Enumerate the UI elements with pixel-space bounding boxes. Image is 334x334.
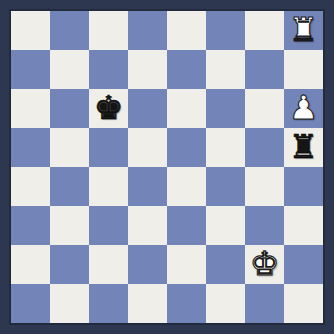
square-g1[interactable]: [245, 284, 284, 323]
square-h1[interactable]: [284, 284, 323, 323]
square-h6[interactable]: ♟: [284, 89, 323, 128]
square-a4[interactable]: [11, 167, 50, 206]
square-c7[interactable]: [89, 50, 128, 89]
square-h2[interactable]: [284, 245, 323, 284]
square-e5[interactable]: [167, 128, 206, 167]
square-b1[interactable]: [50, 284, 89, 323]
square-a5[interactable]: [11, 128, 50, 167]
square-f2[interactable]: [206, 245, 245, 284]
square-d1[interactable]: [128, 284, 167, 323]
piece-white-rook[interactable]: ♜: [289, 13, 319, 46]
square-f5[interactable]: [206, 128, 245, 167]
piece-white-pawn[interactable]: ♟: [289, 91, 319, 124]
square-h3[interactable]: [284, 206, 323, 245]
square-e8[interactable]: [167, 11, 206, 50]
square-c3[interactable]: [89, 206, 128, 245]
square-b7[interactable]: [50, 50, 89, 89]
square-a6[interactable]: [11, 89, 50, 128]
piece-black-rook[interactable]: ♜: [289, 130, 319, 163]
square-f6[interactable]: [206, 89, 245, 128]
square-h7[interactable]: [284, 50, 323, 89]
square-g8[interactable]: [245, 11, 284, 50]
square-a2[interactable]: [11, 245, 50, 284]
square-c2[interactable]: [89, 245, 128, 284]
square-g6[interactable]: [245, 89, 284, 128]
square-e3[interactable]: [167, 206, 206, 245]
square-c1[interactable]: [89, 284, 128, 323]
square-b5[interactable]: [50, 128, 89, 167]
square-d4[interactable]: [128, 167, 167, 206]
square-b8[interactable]: [50, 11, 89, 50]
square-a7[interactable]: [11, 50, 50, 89]
square-d3[interactable]: [128, 206, 167, 245]
square-e7[interactable]: [167, 50, 206, 89]
square-g2[interactable]: ♚: [245, 245, 284, 284]
square-g3[interactable]: [245, 206, 284, 245]
square-h5[interactable]: ♜: [284, 128, 323, 167]
square-b2[interactable]: [50, 245, 89, 284]
square-f1[interactable]: [206, 284, 245, 323]
square-e6[interactable]: [167, 89, 206, 128]
square-e4[interactable]: [167, 167, 206, 206]
square-a1[interactable]: [11, 284, 50, 323]
square-d6[interactable]: [128, 89, 167, 128]
square-d8[interactable]: [128, 11, 167, 50]
square-c8[interactable]: [89, 11, 128, 50]
square-g4[interactable]: [245, 167, 284, 206]
square-h8[interactable]: ♜: [284, 11, 323, 50]
square-b4[interactable]: [50, 167, 89, 206]
square-a8[interactable]: [11, 11, 50, 50]
square-d2[interactable]: [128, 245, 167, 284]
square-a3[interactable]: [11, 206, 50, 245]
square-f4[interactable]: [206, 167, 245, 206]
square-d5[interactable]: [128, 128, 167, 167]
square-e2[interactable]: [167, 245, 206, 284]
square-f7[interactable]: [206, 50, 245, 89]
square-e1[interactable]: [167, 284, 206, 323]
square-c5[interactable]: [89, 128, 128, 167]
square-g7[interactable]: [245, 50, 284, 89]
square-d7[interactable]: [128, 50, 167, 89]
piece-white-king[interactable]: ♚: [250, 247, 280, 280]
square-c4[interactable]: [89, 167, 128, 206]
square-b6[interactable]: [50, 89, 89, 128]
square-b3[interactable]: [50, 206, 89, 245]
square-f8[interactable]: [206, 11, 245, 50]
square-h4[interactable]: [284, 167, 323, 206]
square-g5[interactable]: [245, 128, 284, 167]
board-frame: ♜♚♟♜♚: [0, 0, 334, 334]
piece-black-king[interactable]: ♚: [94, 91, 124, 124]
chess-board[interactable]: ♜♚♟♜♚: [9, 9, 325, 325]
square-f3[interactable]: [206, 206, 245, 245]
square-c6[interactable]: ♚: [89, 89, 128, 128]
